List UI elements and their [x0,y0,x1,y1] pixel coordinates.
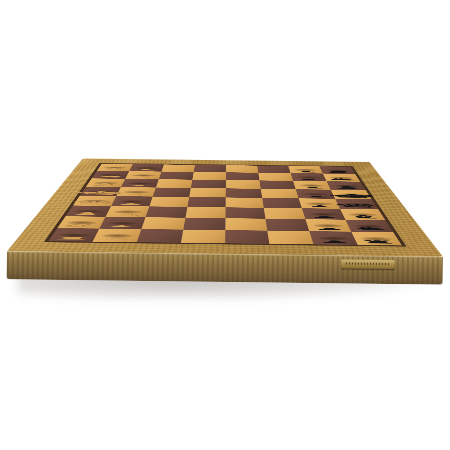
black-pawn: ♟ [306,205,335,208]
white-bishop: ♝ [84,183,125,186]
scene-rotation: ♜♟♟♜♞♟♟♞♝♟♟♝♚♟♟♚♛♟♟♛♝♟♟♝♞♟♟♞♜♟♟♜ [0,0,450,450]
black-king: ♚ [323,194,380,199]
black-bishop: ♝ [327,186,368,189]
square-a2: ♟ [93,229,142,243]
square-f1: ♝ [86,178,125,187]
square-a3 [137,229,184,243]
square-h2: ♟ [129,164,164,171]
white-rook: ♜ [99,168,129,170]
square-b6 [265,219,309,231]
square-h1: ♜ [97,164,133,171]
square-a5 [225,230,269,244]
square-e8: ♚ [331,190,372,200]
board-playing-area: ♜♟♟♜♞♟♟♞♝♟♟♝♚♟♟♚♛♟♟♛♝♟♟♝♞♟♟♞♜♟♟♜ [44,163,407,247]
square-a7: ♟ [309,231,357,245]
black-queen: ♛ [330,203,385,208]
square-c6 [264,208,306,219]
white-pawn: ♟ [105,225,137,228]
square-a1: ♜ [48,228,99,242]
white-pawn: ♟ [134,169,158,171]
square-b3 [141,217,185,229]
white-pawn: ♟ [130,176,155,178]
square-f2: ♟ [121,179,159,188]
square-c5 [225,207,265,218]
white-pawn: ♟ [111,213,141,216]
square-f8: ♝ [327,181,366,190]
square-h8: ♜ [319,166,355,174]
square-d4 [187,197,225,207]
square-a8: ♜ [351,232,402,246]
black-rook: ♜ [323,171,353,173]
square-e5 [226,188,262,198]
square-a6 [267,231,313,245]
black-bishop: ♝ [340,215,387,219]
perspective-scene: ♜♟♟♜♞♟♟♞♝♟♟♝♚♟♟♚♛♟♟♛♝♟♟♝♞♟♟♞♜♟♟♜ [0,0,450,450]
white-rook: ♜ [52,236,93,240]
square-c4 [185,207,225,218]
square-c8: ♝ [340,209,385,220]
black-knight: ♞ [325,178,360,181]
square-b5 [225,218,267,230]
board-squares: ♜♟♟♜♞♟♟♞♝♟♟♝♚♟♟♚♛♟♟♛♝♟♟♝♞♟♟♞♜♟♟♜ [48,164,402,246]
square-d8: ♛ [335,199,378,209]
white-pawn: ♟ [99,237,133,240]
product-photo-canvas: ♜♟♟♜♞♟♟♞♝♟♟♝♚♟♟♚♛♟♟♛♝♟♟♝♞♟♟♞♜♟♟♜ [0,0,450,450]
square-e3 [153,188,191,197]
square-b2: ♟ [99,217,145,229]
black-pawn: ♟ [309,216,339,219]
chess-board: ♜♟♟♜♞♟♟♞♝♟♟♝♚♟♟♚♛♟♟♛♝♟♟♝♞♟♟♞♜♟♟♜ [7,159,443,257]
white-bishop: ♝ [64,211,111,215]
black-pawn: ♟ [294,171,318,173]
square-e6 [261,189,299,199]
black-pawn: ♟ [296,178,321,180]
square-d3 [149,197,189,207]
white-king: ♚ [71,190,128,195]
white-queen: ♛ [66,200,121,205]
square-e1: ♚ [80,187,121,196]
white-knight: ♞ [92,175,127,178]
square-d5 [226,197,264,207]
square-c2: ♟ [106,206,150,217]
black-rook: ♜ [357,240,398,244]
square-c1: ♝ [66,205,112,216]
square-b7: ♟ [305,219,351,231]
black-pawn: ♟ [299,186,325,188]
white-knight: ♞ [58,223,102,227]
white-pawn: ♟ [117,203,146,206]
square-c3 [145,206,187,217]
square-a4 [181,230,225,244]
square-b1: ♞ [57,216,105,228]
white-pawn: ♟ [126,184,152,186]
black-pawn: ♟ [318,240,352,243]
brass-plaque [341,259,395,269]
square-b8: ♞ [345,220,393,233]
square-d1: ♛ [73,196,116,206]
black-knight: ♞ [349,227,393,231]
square-g2: ♟ [125,171,161,179]
square-d6 [262,198,302,208]
board-front-edge [7,251,443,284]
square-b4 [183,218,225,230]
square-c7: ♟ [302,208,345,219]
square-e4 [189,188,226,197]
black-pawn: ♟ [313,227,345,230]
